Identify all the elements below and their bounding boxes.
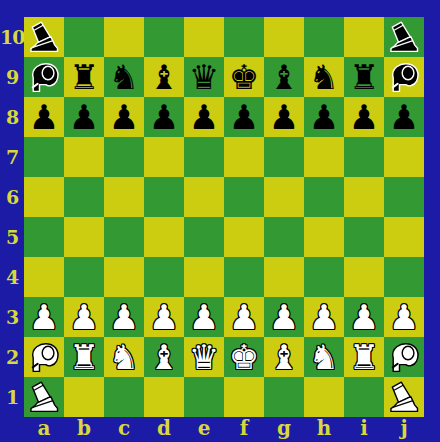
square-c3[interactable]: ♟ xyxy=(104,297,144,337)
square-f6[interactable] xyxy=(224,177,264,217)
piece-white-bishop[interactable]: ♝ xyxy=(149,337,179,377)
square-a6[interactable] xyxy=(24,177,64,217)
piece-black-rook[interactable]: ♜ xyxy=(349,57,379,97)
square-j9[interactable] xyxy=(384,57,424,97)
piece-black-bishop[interactable]: ♝ xyxy=(149,57,179,97)
piece-white-pawn[interactable]: ♟ xyxy=(109,297,139,337)
square-d8[interactable]: ♟ xyxy=(144,97,184,137)
rank-label-10: 10 xyxy=(0,17,24,57)
piece-white-knight[interactable]: ♞ xyxy=(309,337,339,377)
square-d7[interactable] xyxy=(144,137,184,177)
square-f4[interactable] xyxy=(224,257,264,297)
file-label-f: f xyxy=(224,417,264,442)
piece-white-pawn[interactable]: ♟ xyxy=(309,297,339,337)
square-d3[interactable]: ♟ xyxy=(144,297,184,337)
square-f1[interactable] xyxy=(224,377,264,417)
square-e7[interactable] xyxy=(184,137,224,177)
square-b10[interactable] xyxy=(64,17,104,57)
piece-white-elephant[interactable] xyxy=(26,339,62,375)
square-d4[interactable] xyxy=(144,257,184,297)
rank-label-6: 6 xyxy=(0,177,24,217)
square-a4[interactable] xyxy=(24,257,64,297)
piece-white-rook[interactable]: ♜ xyxy=(349,337,379,377)
square-g4[interactable] xyxy=(264,257,304,297)
piece-white-cannon[interactable] xyxy=(26,379,62,415)
piece-white-pawn[interactable]: ♟ xyxy=(229,297,259,337)
square-h6[interactable] xyxy=(304,177,344,217)
piece-black-pawn[interactable]: ♟ xyxy=(149,97,179,137)
piece-white-king[interactable]: ♚ xyxy=(229,337,259,377)
rank-label-2: 2 xyxy=(0,337,24,377)
rank-label-1: 1 xyxy=(0,377,24,417)
square-h8[interactable]: ♟ xyxy=(304,97,344,137)
square-i6[interactable] xyxy=(344,177,384,217)
square-i7[interactable] xyxy=(344,137,384,177)
square-g5[interactable] xyxy=(264,217,304,257)
square-c7[interactable] xyxy=(104,137,144,177)
piece-white-pawn[interactable]: ♟ xyxy=(69,297,99,337)
square-j5[interactable] xyxy=(384,217,424,257)
square-a10[interactable] xyxy=(24,17,64,57)
piece-black-bishop[interactable]: ♝ xyxy=(269,57,299,97)
square-h9[interactable]: ♞ xyxy=(304,57,344,97)
square-b8[interactable]: ♟ xyxy=(64,97,104,137)
square-i8[interactable]: ♟ xyxy=(344,97,384,137)
square-a3[interactable]: ♟ xyxy=(24,297,64,337)
rank-label-7: 7 xyxy=(0,137,24,177)
square-i9[interactable]: ♜ xyxy=(344,57,384,97)
square-c9[interactable]: ♞ xyxy=(104,57,144,97)
piece-black-pawn[interactable]: ♟ xyxy=(349,97,379,137)
file-label-j: j xyxy=(384,417,424,442)
square-i1[interactable] xyxy=(344,377,384,417)
square-c4[interactable] xyxy=(104,257,144,297)
piece-white-pawn[interactable]: ♟ xyxy=(269,297,299,337)
piece-white-cannon[interactable] xyxy=(386,379,422,415)
rank-label-4: 4 xyxy=(0,257,24,297)
rank-label-8: 8 xyxy=(0,97,24,137)
piece-white-queen[interactable]: ♛ xyxy=(189,337,219,377)
square-b3[interactable]: ♟ xyxy=(64,297,104,337)
piece-white-pawn[interactable]: ♟ xyxy=(149,297,179,337)
file-label-i: i xyxy=(344,417,384,442)
piece-white-pawn[interactable]: ♟ xyxy=(189,297,219,337)
board-frame: 10987654321 ♜♞♝♛♚♝♞♜♟♟♟♟♟♟♟♟♟♟♟♟♟♟♟♟♟♟♟♟… xyxy=(0,0,440,442)
piece-white-elephant[interactable] xyxy=(386,339,422,375)
piece-white-pawn[interactable]: ♟ xyxy=(29,297,59,337)
board: ♜♞♝♛♚♝♞♜♟♟♟♟♟♟♟♟♟♟♟♟♟♟♟♟♟♟♟♟♜♞♝♛♚♝♞♜ xyxy=(24,17,424,417)
square-j6[interactable] xyxy=(384,177,424,217)
square-a7[interactable] xyxy=(24,137,64,177)
square-j2[interactable] xyxy=(384,337,424,377)
piece-black-cannon[interactable] xyxy=(26,19,62,55)
square-e4[interactable] xyxy=(184,257,224,297)
square-j1[interactable] xyxy=(384,377,424,417)
file-label-b: b xyxy=(64,417,104,442)
square-g1[interactable] xyxy=(264,377,304,417)
rank-label-9: 9 xyxy=(0,57,24,97)
file-label-c: c xyxy=(104,417,144,442)
piece-black-pawn[interactable]: ♟ xyxy=(29,97,59,137)
rank-labels: 10987654321 xyxy=(0,17,24,417)
square-d1[interactable] xyxy=(144,377,184,417)
square-a9[interactable] xyxy=(24,57,64,97)
square-b7[interactable] xyxy=(64,137,104,177)
square-h2[interactable]: ♞ xyxy=(304,337,344,377)
square-g8[interactable]: ♟ xyxy=(264,97,304,137)
square-c8[interactable]: ♟ xyxy=(104,97,144,137)
piece-black-elephant[interactable] xyxy=(386,59,422,95)
piece-black-pawn[interactable]: ♟ xyxy=(309,97,339,137)
piece-black-pawn[interactable]: ♟ xyxy=(389,97,419,137)
file-label-h: h xyxy=(304,417,344,442)
square-d10[interactable] xyxy=(144,17,184,57)
square-b5[interactable] xyxy=(64,217,104,257)
file-label-g: g xyxy=(264,417,304,442)
piece-black-queen[interactable]: ♛ xyxy=(189,57,219,97)
file-labels: abcdefghij xyxy=(24,417,424,442)
piece-white-knight[interactable]: ♞ xyxy=(109,337,139,377)
piece-black-knight[interactable]: ♞ xyxy=(309,57,339,97)
square-a8[interactable]: ♟ xyxy=(24,97,64,137)
square-i3[interactable]: ♟ xyxy=(344,297,384,337)
square-e6[interactable] xyxy=(184,177,224,217)
rank-label-3: 3 xyxy=(0,297,24,337)
square-f3[interactable]: ♟ xyxy=(224,297,264,337)
square-h4[interactable] xyxy=(304,257,344,297)
square-g7[interactable] xyxy=(264,137,304,177)
square-d2[interactable]: ♝ xyxy=(144,337,184,377)
square-c1[interactable] xyxy=(104,377,144,417)
square-e2[interactable]: ♛ xyxy=(184,337,224,377)
square-j4[interactable] xyxy=(384,257,424,297)
square-c5[interactable] xyxy=(104,217,144,257)
square-g3[interactable]: ♟ xyxy=(264,297,304,337)
piece-black-pawn[interactable]: ♟ xyxy=(229,97,259,137)
piece-black-cannon[interactable] xyxy=(386,19,422,55)
square-e9[interactable]: ♛ xyxy=(184,57,224,97)
square-g6[interactable] xyxy=(264,177,304,217)
piece-white-pawn[interactable]: ♟ xyxy=(389,297,419,337)
file-label-a: a xyxy=(24,417,64,442)
square-e8[interactable]: ♟ xyxy=(184,97,224,137)
square-c10[interactable] xyxy=(104,17,144,57)
square-j7[interactable] xyxy=(384,137,424,177)
square-f8[interactable]: ♟ xyxy=(224,97,264,137)
piece-black-king[interactable]: ♚ xyxy=(229,57,259,97)
piece-white-rook[interactable]: ♜ xyxy=(69,337,99,377)
square-f10[interactable] xyxy=(224,17,264,57)
square-f9[interactable]: ♚ xyxy=(224,57,264,97)
square-i4[interactable] xyxy=(344,257,384,297)
square-e3[interactable]: ♟ xyxy=(184,297,224,337)
square-d9[interactable]: ♝ xyxy=(144,57,184,97)
piece-white-bishop[interactable]: ♝ xyxy=(269,337,299,377)
square-j8[interactable]: ♟ xyxy=(384,97,424,137)
square-a2[interactable] xyxy=(24,337,64,377)
square-h3[interactable]: ♟ xyxy=(304,297,344,337)
square-b4[interactable] xyxy=(64,257,104,297)
rank-label-5: 5 xyxy=(0,217,24,257)
piece-black-pawn[interactable]: ♟ xyxy=(109,97,139,137)
file-label-e: e xyxy=(184,417,224,442)
square-f7[interactable] xyxy=(224,137,264,177)
piece-black-knight[interactable]: ♞ xyxy=(109,57,139,97)
piece-black-pawn[interactable]: ♟ xyxy=(189,97,219,137)
square-e1[interactable] xyxy=(184,377,224,417)
square-b2[interactable]: ♜ xyxy=(64,337,104,377)
square-h7[interactable] xyxy=(304,137,344,177)
square-c6[interactable] xyxy=(104,177,144,217)
piece-black-elephant[interactable] xyxy=(26,59,62,95)
square-c2[interactable]: ♞ xyxy=(104,337,144,377)
square-i10[interactable] xyxy=(344,17,384,57)
square-d5[interactable] xyxy=(144,217,184,257)
square-h1[interactable] xyxy=(304,377,344,417)
file-label-d: d xyxy=(144,417,184,442)
piece-black-pawn[interactable]: ♟ xyxy=(69,97,99,137)
square-j3[interactable]: ♟ xyxy=(384,297,424,337)
square-g2[interactable]: ♝ xyxy=(264,337,304,377)
square-g10[interactable] xyxy=(264,17,304,57)
square-b9[interactable]: ♜ xyxy=(64,57,104,97)
piece-white-pawn[interactable]: ♟ xyxy=(349,297,379,337)
square-d6[interactable] xyxy=(144,177,184,217)
square-b6[interactable] xyxy=(64,177,104,217)
square-h10[interactable] xyxy=(304,17,344,57)
square-h5[interactable] xyxy=(304,217,344,257)
square-e10[interactable] xyxy=(184,17,224,57)
square-e5[interactable] xyxy=(184,217,224,257)
square-g9[interactable]: ♝ xyxy=(264,57,304,97)
square-f5[interactable] xyxy=(224,217,264,257)
square-f2[interactable]: ♚ xyxy=(224,337,264,377)
square-b1[interactable] xyxy=(64,377,104,417)
square-a5[interactable] xyxy=(24,217,64,257)
square-i5[interactable] xyxy=(344,217,384,257)
piece-black-pawn[interactable]: ♟ xyxy=(269,97,299,137)
square-i2[interactable]: ♜ xyxy=(344,337,384,377)
piece-black-rook[interactable]: ♜ xyxy=(69,57,99,97)
square-a1[interactable] xyxy=(24,377,64,417)
square-j10[interactable] xyxy=(384,17,424,57)
